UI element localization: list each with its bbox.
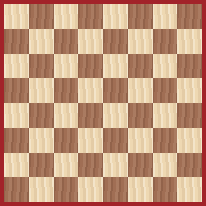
square-f7[interactable] [128, 29, 153, 54]
square-c6[interactable] [54, 54, 79, 79]
square-a7[interactable] [4, 29, 29, 54]
square-c7[interactable] [54, 29, 79, 54]
square-g7[interactable] [153, 29, 178, 54]
square-g3[interactable] [153, 128, 178, 153]
square-f3[interactable] [128, 128, 153, 153]
square-f4[interactable] [128, 103, 153, 128]
square-d6[interactable] [78, 54, 103, 79]
square-b7[interactable] [29, 29, 54, 54]
square-d4[interactable] [78, 103, 103, 128]
square-g8[interactable] [153, 4, 178, 29]
square-b5[interactable] [29, 78, 54, 103]
square-a5[interactable] [4, 78, 29, 103]
square-h3[interactable] [177, 128, 202, 153]
square-h7[interactable] [177, 29, 202, 54]
square-e2[interactable] [103, 153, 128, 178]
square-a6[interactable] [4, 54, 29, 79]
square-b2[interactable] [29, 153, 54, 178]
square-d2[interactable] [78, 153, 103, 178]
square-f6[interactable] [128, 54, 153, 79]
square-e1[interactable] [103, 177, 128, 202]
square-b6[interactable] [29, 54, 54, 79]
square-g5[interactable] [153, 78, 178, 103]
chess-board [4, 4, 202, 202]
square-h1[interactable] [177, 177, 202, 202]
square-c5[interactable] [54, 78, 79, 103]
square-c2[interactable] [54, 153, 79, 178]
square-e4[interactable] [103, 103, 128, 128]
square-f5[interactable] [128, 78, 153, 103]
square-e6[interactable] [103, 54, 128, 79]
square-b8[interactable] [29, 4, 54, 29]
square-c4[interactable] [54, 103, 79, 128]
square-c3[interactable] [54, 128, 79, 153]
square-h8[interactable] [177, 4, 202, 29]
square-f8[interactable] [128, 4, 153, 29]
square-b3[interactable] [29, 128, 54, 153]
square-d1[interactable] [78, 177, 103, 202]
square-a8[interactable] [4, 4, 29, 29]
square-h4[interactable] [177, 103, 202, 128]
square-f2[interactable] [128, 153, 153, 178]
square-e7[interactable] [103, 29, 128, 54]
square-f1[interactable] [128, 177, 153, 202]
square-b4[interactable] [29, 103, 54, 128]
square-h6[interactable] [177, 54, 202, 79]
square-g6[interactable] [153, 54, 178, 79]
square-g1[interactable] [153, 177, 178, 202]
square-e8[interactable] [103, 4, 128, 29]
square-c8[interactable] [54, 4, 79, 29]
square-a4[interactable] [4, 103, 29, 128]
square-d5[interactable] [78, 78, 103, 103]
square-g4[interactable] [153, 103, 178, 128]
square-c1[interactable] [54, 177, 79, 202]
square-d8[interactable] [78, 4, 103, 29]
square-e3[interactable] [103, 128, 128, 153]
square-b1[interactable] [29, 177, 54, 202]
square-d3[interactable] [78, 128, 103, 153]
square-d7[interactable] [78, 29, 103, 54]
square-a3[interactable] [4, 128, 29, 153]
square-e5[interactable] [103, 78, 128, 103]
square-a2[interactable] [4, 153, 29, 178]
square-g2[interactable] [153, 153, 178, 178]
square-h2[interactable] [177, 153, 202, 178]
square-a1[interactable] [4, 177, 29, 202]
square-h5[interactable] [177, 78, 202, 103]
board-frame [0, 0, 206, 206]
